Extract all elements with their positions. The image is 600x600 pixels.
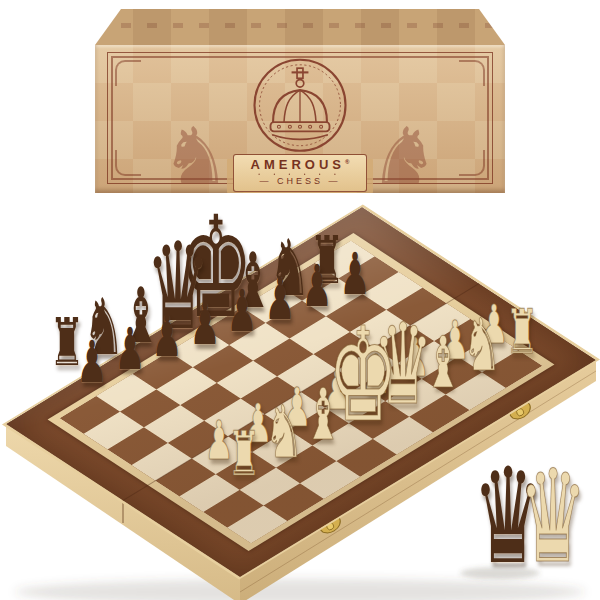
spare-queens-shadow [460,567,540,579]
product-photo-stage: ♞ ♞ AMEROUS® • • • • • • — CHESS — [0,0,600,600]
board-contact-shadow [15,579,585,600]
